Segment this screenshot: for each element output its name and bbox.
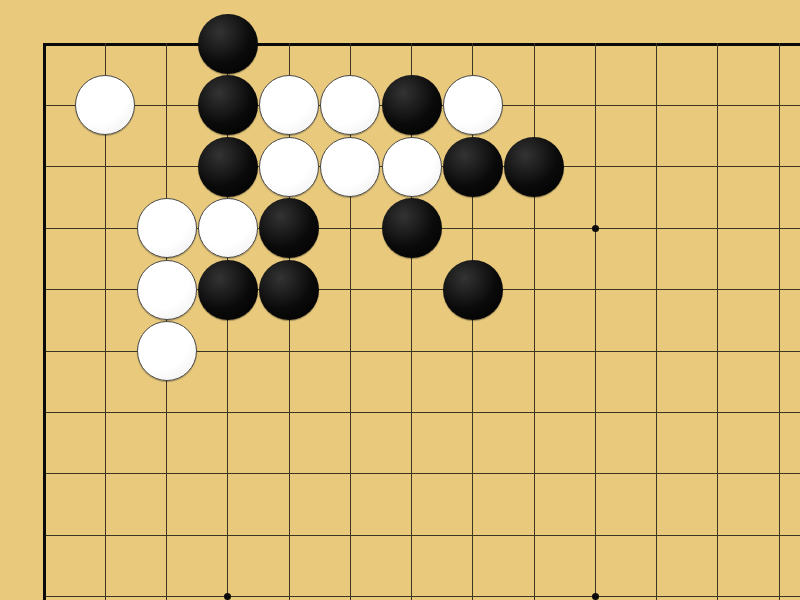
star-point xyxy=(592,593,599,600)
grid-line-vertical xyxy=(717,43,718,600)
grid-line-vertical xyxy=(656,43,657,600)
grid-line-horizontal xyxy=(43,535,800,536)
stone-white[interactable] xyxy=(320,137,380,197)
stone-black[interactable] xyxy=(382,198,442,258)
stone-white[interactable] xyxy=(137,260,197,320)
stone-black[interactable] xyxy=(504,137,564,197)
stone-white[interactable] xyxy=(443,75,503,135)
stone-black[interactable] xyxy=(198,137,258,197)
stone-black[interactable] xyxy=(198,260,258,320)
grid-line-vertical xyxy=(534,43,535,600)
stone-black[interactable] xyxy=(382,75,442,135)
stone-white[interactable] xyxy=(137,321,197,381)
grid-line-vertical xyxy=(595,43,596,600)
stone-white[interactable] xyxy=(198,198,258,258)
stone-black[interactable] xyxy=(198,75,258,135)
board-border-top xyxy=(43,43,800,46)
stone-white[interactable] xyxy=(137,198,197,258)
star-point xyxy=(592,225,599,232)
stone-black[interactable] xyxy=(198,14,258,74)
stone-black[interactable] xyxy=(259,198,319,258)
stone-white[interactable] xyxy=(382,137,442,197)
stone-white[interactable] xyxy=(320,75,380,135)
board-border-left xyxy=(43,43,46,600)
grid-line-horizontal xyxy=(43,412,800,413)
stone-black[interactable] xyxy=(443,137,503,197)
stone-black[interactable] xyxy=(443,260,503,320)
grid-line-horizontal xyxy=(43,473,800,474)
grid-line-horizontal xyxy=(43,596,800,597)
stone-white[interactable] xyxy=(259,137,319,197)
stone-white[interactable] xyxy=(75,75,135,135)
go-board[interactable] xyxy=(0,0,800,600)
grid-line-vertical xyxy=(779,43,780,600)
stone-white[interactable] xyxy=(259,75,319,135)
star-point xyxy=(224,593,231,600)
stone-black[interactable] xyxy=(259,260,319,320)
